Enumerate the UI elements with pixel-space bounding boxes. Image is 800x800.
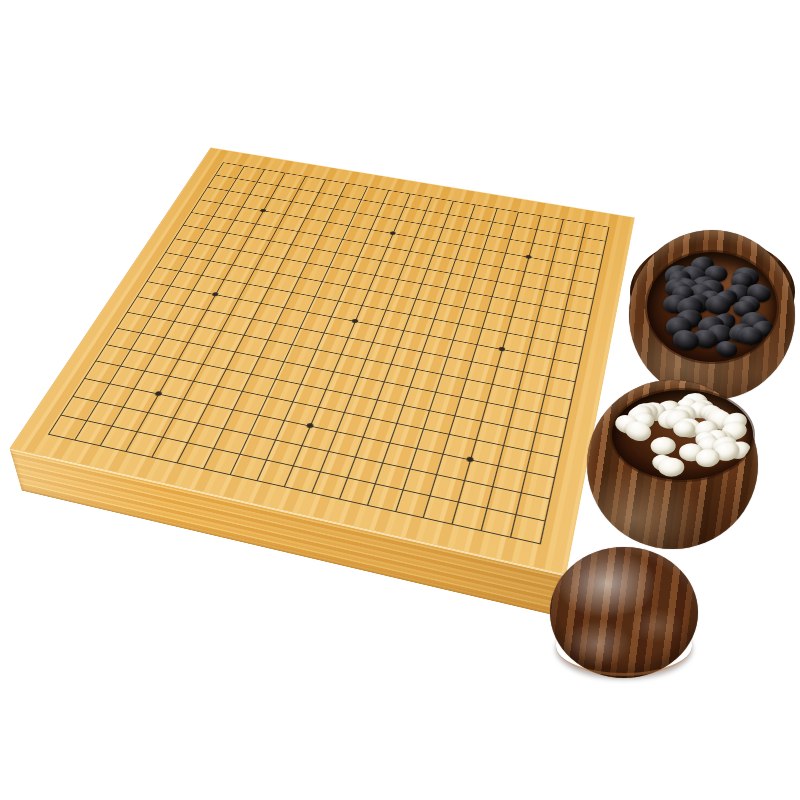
grid-cell — [292, 328, 324, 349]
grid-cell — [318, 389, 351, 413]
grid-cell — [382, 443, 416, 469]
star-point — [351, 319, 358, 324]
grid-cell — [302, 426, 336, 451]
grid-cell — [402, 468, 437, 495]
grid-cell — [464, 460, 498, 487]
grid-cell — [107, 328, 141, 349]
grid-cell — [377, 381, 409, 404]
grid-cell — [258, 396, 292, 420]
board-top-face — [10, 148, 635, 576]
grid-cell — [173, 399, 208, 423]
grid-cell — [409, 448, 443, 474]
grid-cell — [251, 356, 284, 378]
grid-cell — [447, 340, 477, 362]
grid-cell — [85, 361, 120, 383]
grid-cell — [118, 312, 151, 333]
grid-cell — [528, 337, 558, 359]
grid-cell — [244, 319, 276, 340]
grid-cell — [333, 354, 365, 376]
grid-cell — [481, 508, 516, 537]
grid-cell — [355, 437, 389, 463]
grid-cell — [422, 410, 455, 434]
grid-cell — [428, 319, 458, 340]
grid-cell — [545, 376, 575, 399]
grid-cell — [390, 347, 421, 369]
grid-cell — [477, 328, 507, 349]
grid-cell — [502, 333, 532, 354]
grid-cell — [384, 364, 416, 387]
grid-cell — [301, 366, 334, 389]
grid-cell — [326, 371, 359, 394]
grid-cell — [316, 332, 348, 353]
grid-cell — [367, 483, 402, 511]
grid-cell — [449, 415, 482, 440]
grid-cell — [74, 378, 110, 401]
grid-cell — [452, 323, 482, 344]
grid-cell — [429, 391, 461, 415]
grid-cell — [466, 361, 497, 384]
grid-cell — [168, 359, 202, 381]
grid-cell — [339, 477, 375, 504]
grid-cell — [147, 394, 182, 418]
grid-cell — [111, 407, 147, 431]
grid-cell — [164, 321, 197, 342]
star-point — [154, 391, 162, 397]
go-stone-black — [737, 326, 763, 346]
grid-cell — [389, 423, 422, 448]
grid-cell — [310, 407, 344, 431]
grid-cell — [242, 373, 276, 396]
grid-cell — [268, 323, 300, 344]
grid-cell — [372, 326, 403, 347]
grid-cell — [62, 396, 98, 420]
grid-cell — [193, 364, 227, 387]
grid-cell — [435, 374, 467, 397]
grid-cell — [137, 412, 173, 437]
grid-cell — [397, 330, 428, 351]
grid-cell — [487, 384, 518, 407]
grid-cell — [260, 339, 292, 361]
grid-cell — [120, 349, 154, 371]
grid-cell — [311, 471, 347, 498]
grid-cell — [396, 404, 429, 428]
grid-cell — [553, 342, 582, 364]
grid-cell — [74, 420, 111, 445]
grid-cell — [320, 451, 355, 477]
grid-cell — [100, 426, 137, 451]
grid-cell — [233, 391, 267, 415]
grid-cell — [379, 310, 409, 330]
grid-cell — [227, 351, 260, 373]
grid-cell — [521, 472, 554, 499]
grid-cell — [497, 349, 527, 371]
grid-cell — [214, 429, 250, 454]
grid-cell — [470, 440, 503, 466]
grid-cell — [510, 514, 544, 543]
grid-cell — [266, 440, 301, 466]
grid-cell — [328, 431, 362, 456]
grid-cell — [526, 451, 559, 477]
grid-cell — [351, 376, 384, 399]
grid-cell — [151, 437, 188, 463]
grid-cell — [162, 418, 198, 443]
grid-cell — [403, 314, 433, 335]
grid-cell — [144, 354, 178, 376]
grid-cell — [235, 335, 268, 356]
grid-cell — [347, 457, 382, 483]
go-stone-white — [658, 458, 684, 477]
grid-cell — [203, 448, 239, 474]
grid-cell — [503, 426, 535, 451]
grid-cell — [208, 386, 242, 410]
go-board — [10, 148, 635, 576]
grid-cell — [267, 379, 301, 402]
grid-cell — [487, 486, 521, 514]
grid-cell — [549, 359, 579, 381]
grid-cell — [212, 330, 245, 351]
grid-cell — [430, 474, 464, 501]
grid-cell — [154, 337, 187, 359]
grid-cell — [275, 420, 310, 445]
grid-cell — [540, 394, 571, 418]
grid-cell — [348, 321, 379, 342]
grid-cell — [366, 342, 397, 364]
black-stones-bowl-opening — [647, 252, 777, 362]
grid-cell — [240, 434, 275, 460]
go-set-photo — [0, 0, 800, 800]
grid-cell — [131, 332, 165, 353]
grid-cell — [536, 413, 567, 438]
grid-cell — [437, 454, 471, 480]
go-stone-black — [715, 339, 739, 358]
grid-cell — [223, 410, 258, 434]
grid-cell — [403, 386, 435, 410]
grid-cell — [422, 335, 453, 356]
grid-cell — [198, 404, 233, 428]
grid-cell — [441, 356, 472, 378]
grid-cell — [86, 402, 122, 426]
grid-cell — [482, 312, 511, 333]
star-point — [499, 347, 506, 352]
grid-cell — [557, 326, 586, 347]
grid-cell — [482, 402, 514, 426]
grid-cell — [336, 412, 370, 437]
grid-cell — [507, 317, 536, 338]
grid-cell — [292, 384, 325, 407]
grid-cell — [344, 394, 377, 418]
go-stone-white — [650, 437, 675, 456]
grid-cell — [98, 383, 134, 406]
grid-cell — [293, 445, 328, 471]
grid-cell — [49, 415, 86, 440]
grid-cell — [508, 407, 540, 431]
grid-cell — [249, 415, 284, 440]
grid-cell — [416, 351, 447, 373]
star-point — [466, 457, 474, 463]
grid-cell — [531, 432, 563, 457]
grid-cell — [498, 445, 531, 471]
grid-cell — [257, 460, 293, 487]
grid-cell — [178, 342, 211, 364]
grid-cell — [516, 492, 550, 520]
grid-cell — [518, 371, 549, 394]
grid-cell — [461, 379, 492, 402]
grid-cell — [455, 397, 487, 421]
grid-cell — [133, 371, 168, 394]
grid-cell — [523, 354, 553, 376]
grid-cell — [158, 376, 193, 399]
grid-cell — [125, 431, 162, 456]
grid-cell — [532, 321, 561, 342]
grid-cell — [409, 369, 441, 392]
grid-cell — [109, 366, 144, 389]
grid-cell — [276, 361, 309, 383]
grid-cell — [492, 366, 523, 389]
grid-cell — [309, 349, 341, 371]
grid-cell — [472, 344, 502, 366]
grid-cell — [362, 418, 396, 443]
grid-cell — [443, 434, 476, 460]
grid-cell — [284, 465, 320, 492]
grid-cell — [284, 402, 318, 426]
grid-cell — [341, 337, 373, 359]
grid-cell — [96, 344, 130, 366]
grid-cell — [300, 312, 331, 333]
white-stones-bowl — [587, 380, 758, 549]
grid-cell — [458, 308, 487, 328]
grid-cell — [324, 316, 355, 337]
grid-cell — [561, 310, 589, 330]
grid-cell — [536, 305, 565, 325]
grid-cell — [395, 489, 430, 517]
grid-cell — [374, 463, 409, 490]
grid-cell — [230, 454, 266, 480]
grid-cell — [476, 421, 508, 446]
grid-cell — [423, 495, 458, 523]
grid-cell — [355, 305, 385, 325]
grid-cell — [359, 359, 391, 381]
grid-cell — [458, 480, 492, 508]
grid-cell — [188, 325, 221, 346]
grid-cell — [452, 502, 487, 530]
upturned-bowl-lid — [550, 547, 698, 678]
grid-cell — [284, 344, 316, 366]
grid-cell — [202, 347, 235, 369]
star-point — [306, 423, 314, 429]
grid-cell — [416, 429, 449, 454]
grid-cell — [188, 423, 224, 448]
grid-cell — [183, 381, 218, 404]
go-stone-white — [673, 421, 695, 437]
grid-cell — [513, 389, 544, 413]
lid-rim — [556, 615, 692, 676]
grid-cell — [123, 389, 158, 413]
grid-cell — [370, 399, 403, 423]
black-stones-bowl — [629, 230, 795, 400]
grid-cell — [217, 368, 251, 391]
grid-cell — [177, 442, 213, 468]
grid-cell — [493, 466, 526, 493]
white-stones-bowl-opening — [612, 390, 753, 480]
